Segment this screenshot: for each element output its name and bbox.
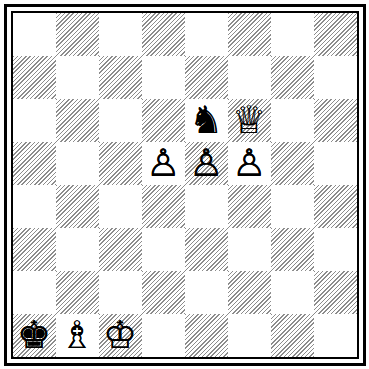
square-g7[interactable] — [271, 56, 314, 99]
square-f6[interactable]: ♕ — [228, 99, 271, 142]
square-a1[interactable]: ♚ — [13, 314, 56, 357]
square-c6[interactable] — [99, 99, 142, 142]
square-h3[interactable] — [314, 228, 357, 271]
piece-white-pawn[interactable]: ♙ — [232, 142, 266, 185]
chess-diagram-page: ♞♕♙♙♙♚♗♔ — [0, 0, 369, 369]
square-d6[interactable] — [142, 99, 185, 142]
square-d2[interactable] — [142, 271, 185, 314]
square-d8[interactable] — [142, 13, 185, 56]
square-f3[interactable] — [228, 228, 271, 271]
square-d3[interactable] — [142, 228, 185, 271]
square-e3[interactable] — [185, 228, 228, 271]
square-b3[interactable] — [56, 228, 99, 271]
square-f1[interactable] — [228, 314, 271, 357]
square-h2[interactable] — [314, 271, 357, 314]
square-f4[interactable] — [228, 185, 271, 228]
square-c4[interactable] — [99, 185, 142, 228]
square-a8[interactable] — [13, 13, 56, 56]
square-a3[interactable] — [13, 228, 56, 271]
square-b2[interactable] — [56, 271, 99, 314]
square-b4[interactable] — [56, 185, 99, 228]
square-c1[interactable]: ♔ — [99, 314, 142, 357]
piece-white-pawn[interactable]: ♙ — [189, 142, 223, 185]
chess-board: ♞♕♙♙♙♚♗♔ — [13, 13, 357, 357]
square-h7[interactable] — [314, 56, 357, 99]
square-b6[interactable] — [56, 99, 99, 142]
square-g3[interactable] — [271, 228, 314, 271]
square-g2[interactable] — [271, 271, 314, 314]
square-d7[interactable] — [142, 56, 185, 99]
square-f2[interactable] — [228, 271, 271, 314]
square-c7[interactable] — [99, 56, 142, 99]
square-g1[interactable] — [271, 314, 314, 357]
piece-black-king[interactable]: ♚ — [17, 314, 51, 357]
square-b7[interactable] — [56, 56, 99, 99]
square-g5[interactable] — [271, 142, 314, 185]
square-a6[interactable] — [13, 99, 56, 142]
square-e7[interactable] — [185, 56, 228, 99]
square-c3[interactable] — [99, 228, 142, 271]
square-a5[interactable] — [13, 142, 56, 185]
square-e5[interactable]: ♙ — [185, 142, 228, 185]
piece-white-bishop[interactable]: ♗ — [60, 314, 94, 357]
square-d4[interactable] — [142, 185, 185, 228]
square-c5[interactable] — [99, 142, 142, 185]
piece-black-knight[interactable]: ♞ — [189, 99, 223, 142]
square-h6[interactable] — [314, 99, 357, 142]
square-g8[interactable] — [271, 13, 314, 56]
square-e8[interactable] — [185, 13, 228, 56]
square-h5[interactable] — [314, 142, 357, 185]
square-a7[interactable] — [13, 56, 56, 99]
square-b5[interactable] — [56, 142, 99, 185]
square-c2[interactable] — [99, 271, 142, 314]
square-e2[interactable] — [185, 271, 228, 314]
square-d1[interactable] — [142, 314, 185, 357]
square-e4[interactable] — [185, 185, 228, 228]
piece-white-queen[interactable]: ♕ — [232, 99, 266, 142]
square-d5[interactable]: ♙ — [142, 142, 185, 185]
square-h1[interactable] — [314, 314, 357, 357]
square-h8[interactable] — [314, 13, 357, 56]
square-a4[interactable] — [13, 185, 56, 228]
square-b1[interactable]: ♗ — [56, 314, 99, 357]
square-f7[interactable] — [228, 56, 271, 99]
piece-white-pawn[interactable]: ♙ — [146, 142, 180, 185]
square-a2[interactable] — [13, 271, 56, 314]
piece-white-king[interactable]: ♔ — [103, 314, 137, 357]
square-e6[interactable]: ♞ — [185, 99, 228, 142]
board-frame: ♞♕♙♙♙♚♗♔ — [4, 4, 366, 366]
square-f8[interactable] — [228, 13, 271, 56]
board-inner-border: ♞♕♙♙♙♚♗♔ — [11, 11, 359, 359]
square-g6[interactable] — [271, 99, 314, 142]
square-g4[interactable] — [271, 185, 314, 228]
square-h4[interactable] — [314, 185, 357, 228]
square-e1[interactable] — [185, 314, 228, 357]
square-f5[interactable]: ♙ — [228, 142, 271, 185]
square-c8[interactable] — [99, 13, 142, 56]
square-b8[interactable] — [56, 13, 99, 56]
